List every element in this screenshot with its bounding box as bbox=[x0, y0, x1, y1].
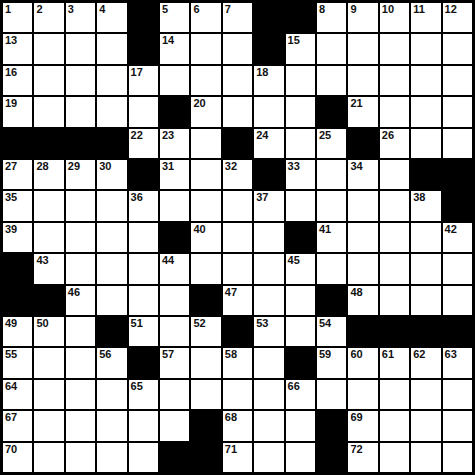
white-cell[interactable]: 66 bbox=[286, 380, 315, 409]
white-cell[interactable] bbox=[223, 191, 252, 220]
white-cell[interactable]: 9 bbox=[348, 3, 377, 32]
white-cell[interactable] bbox=[160, 66, 189, 95]
white-cell[interactable]: 19 bbox=[3, 97, 32, 126]
white-cell[interactable]: 54 bbox=[317, 317, 346, 346]
clue-number: 45 bbox=[288, 254, 300, 267]
white-cell[interactable] bbox=[411, 223, 440, 252]
clue-number: 5 bbox=[162, 3, 168, 16]
white-cell[interactable] bbox=[254, 286, 283, 315]
clue-number: 51 bbox=[131, 317, 143, 330]
black-cell bbox=[160, 223, 189, 252]
clue-number: 70 bbox=[5, 443, 17, 456]
black-cell bbox=[443, 317, 472, 346]
white-cell[interactable] bbox=[286, 97, 315, 126]
white-cell[interactable] bbox=[286, 191, 315, 220]
white-cell[interactable] bbox=[223, 97, 252, 126]
white-cell[interactable]: 63 bbox=[443, 348, 472, 377]
white-cell[interactable]: 6 bbox=[191, 3, 220, 32]
black-cell bbox=[3, 129, 32, 158]
clue-number: 62 bbox=[413, 348, 425, 361]
white-cell[interactable] bbox=[66, 66, 95, 95]
white-cell[interactable] bbox=[380, 66, 409, 95]
black-cell bbox=[254, 34, 283, 63]
clue-number: 34 bbox=[350, 160, 362, 173]
clue-number: 38 bbox=[413, 191, 425, 204]
clue-number: 24 bbox=[256, 129, 268, 142]
white-cell[interactable]: 51 bbox=[129, 317, 158, 346]
white-cell[interactable] bbox=[160, 191, 189, 220]
white-cell[interactable] bbox=[380, 97, 409, 126]
white-cell[interactable] bbox=[411, 286, 440, 315]
clue-number: 55 bbox=[5, 348, 17, 361]
white-cell[interactable] bbox=[97, 443, 126, 472]
white-cell[interactable]: 10 bbox=[380, 3, 409, 32]
black-cell bbox=[129, 348, 158, 377]
white-cell[interactable]: 1 bbox=[3, 3, 32, 32]
black-cell bbox=[348, 129, 377, 158]
black-cell bbox=[34, 129, 63, 158]
white-cell[interactable] bbox=[223, 66, 252, 95]
white-cell[interactable] bbox=[160, 317, 189, 346]
clue-number: 66 bbox=[288, 380, 300, 393]
white-cell[interactable] bbox=[160, 380, 189, 409]
white-cell[interactable]: 17 bbox=[129, 66, 158, 95]
white-cell[interactable]: 56 bbox=[97, 348, 126, 377]
black-cell bbox=[348, 317, 377, 346]
black-cell bbox=[286, 3, 315, 32]
white-cell[interactable]: 72 bbox=[348, 443, 377, 472]
white-cell[interactable] bbox=[34, 443, 63, 472]
white-cell[interactable] bbox=[66, 254, 95, 283]
white-cell[interactable] bbox=[191, 380, 220, 409]
white-cell[interactable] bbox=[411, 66, 440, 95]
white-cell[interactable]: 11 bbox=[411, 3, 440, 32]
black-cell bbox=[129, 3, 158, 32]
clue-number: 18 bbox=[256, 66, 268, 79]
clue-number: 43 bbox=[36, 254, 48, 267]
white-cell[interactable] bbox=[34, 411, 63, 440]
white-cell[interactable] bbox=[317, 380, 346, 409]
clue-number: 17 bbox=[131, 66, 143, 79]
white-cell[interactable] bbox=[129, 443, 158, 472]
white-cell[interactable] bbox=[66, 443, 95, 472]
white-cell[interactable] bbox=[223, 254, 252, 283]
white-cell[interactable] bbox=[191, 348, 220, 377]
clue-number: 49 bbox=[5, 317, 17, 330]
black-cell bbox=[411, 160, 440, 189]
white-cell[interactable] bbox=[380, 443, 409, 472]
black-cell bbox=[380, 317, 409, 346]
white-cell[interactable] bbox=[286, 286, 315, 315]
white-cell[interactable] bbox=[191, 254, 220, 283]
white-cell[interactable]: 65 bbox=[129, 380, 158, 409]
clue-number: 23 bbox=[162, 129, 174, 142]
clue-number: 46 bbox=[68, 286, 80, 299]
black-cell bbox=[191, 286, 220, 315]
white-cell[interactable] bbox=[317, 254, 346, 283]
white-cell[interactable]: 3 bbox=[66, 3, 95, 32]
white-cell[interactable] bbox=[317, 66, 346, 95]
white-cell[interactable] bbox=[160, 286, 189, 315]
white-cell[interactable] bbox=[254, 380, 283, 409]
white-cell[interactable]: 33 bbox=[286, 160, 315, 189]
white-cell[interactable]: 26 bbox=[380, 129, 409, 158]
white-cell[interactable] bbox=[97, 286, 126, 315]
clue-number: 48 bbox=[350, 286, 362, 299]
white-cell[interactable] bbox=[191, 66, 220, 95]
black-cell bbox=[254, 160, 283, 189]
white-cell[interactable] bbox=[348, 66, 377, 95]
white-cell[interactable]: 12 bbox=[443, 3, 472, 32]
white-cell[interactable] bbox=[443, 380, 472, 409]
white-cell[interactable] bbox=[34, 223, 63, 252]
white-cell[interactable]: 69 bbox=[348, 411, 377, 440]
clue-number: 12 bbox=[445, 3, 457, 16]
white-cell[interactable]: 2 bbox=[34, 3, 63, 32]
white-cell[interactable] bbox=[443, 97, 472, 126]
white-cell[interactable]: 22 bbox=[129, 129, 158, 158]
clue-number: 61 bbox=[382, 348, 394, 361]
clue-number: 19 bbox=[5, 97, 17, 110]
black-cell bbox=[443, 191, 472, 220]
white-cell[interactable] bbox=[34, 97, 63, 126]
black-cell bbox=[129, 34, 158, 63]
clue-number: 47 bbox=[225, 286, 237, 299]
white-cell[interactable] bbox=[411, 411, 440, 440]
black-cell bbox=[317, 443, 346, 472]
white-cell[interactable]: 29 bbox=[66, 160, 95, 189]
white-cell[interactable] bbox=[348, 191, 377, 220]
white-cell[interactable] bbox=[254, 223, 283, 252]
white-cell[interactable]: 61 bbox=[380, 348, 409, 377]
white-cell[interactable] bbox=[317, 160, 346, 189]
white-cell[interactable]: 35 bbox=[3, 191, 32, 220]
white-cell[interactable]: 44 bbox=[160, 254, 189, 283]
white-cell[interactable] bbox=[97, 254, 126, 283]
black-cell bbox=[223, 317, 252, 346]
black-cell bbox=[254, 3, 283, 32]
clue-number: 21 bbox=[350, 97, 362, 110]
clue-number: 33 bbox=[288, 160, 300, 173]
black-cell bbox=[3, 286, 32, 315]
white-cell[interactable]: 4 bbox=[97, 3, 126, 32]
white-cell[interactable] bbox=[223, 34, 252, 63]
white-cell[interactable]: 37 bbox=[254, 191, 283, 220]
white-cell[interactable]: 59 bbox=[317, 348, 346, 377]
crossword-puzzle: 1234567891011121314151617181920212223242… bbox=[0, 0, 475, 475]
black-cell bbox=[317, 411, 346, 440]
black-cell bbox=[191, 411, 220, 440]
clue-number: 4 bbox=[99, 3, 105, 16]
white-cell[interactable] bbox=[443, 286, 472, 315]
white-cell[interactable] bbox=[443, 129, 472, 158]
clue-number: 44 bbox=[162, 254, 174, 267]
clue-number: 68 bbox=[225, 411, 237, 424]
clue-number: 52 bbox=[193, 317, 205, 330]
clue-number: 26 bbox=[382, 129, 394, 142]
white-cell[interactable] bbox=[411, 34, 440, 63]
white-cell[interactable] bbox=[66, 348, 95, 377]
clue-number: 27 bbox=[5, 160, 17, 173]
white-cell[interactable] bbox=[380, 380, 409, 409]
white-cell[interactable] bbox=[223, 380, 252, 409]
white-cell[interactable]: 39 bbox=[3, 223, 32, 252]
white-cell[interactable] bbox=[97, 223, 126, 252]
black-cell bbox=[223, 129, 252, 158]
clue-number: 50 bbox=[36, 317, 48, 330]
clue-number: 69 bbox=[350, 411, 362, 424]
white-cell[interactable]: 21 bbox=[348, 97, 377, 126]
white-cell[interactable]: 28 bbox=[34, 160, 63, 189]
white-cell[interactable] bbox=[191, 160, 220, 189]
clue-number: 30 bbox=[99, 160, 111, 173]
white-cell[interactable]: 7 bbox=[223, 3, 252, 32]
black-cell bbox=[286, 223, 315, 252]
clue-number: 56 bbox=[99, 348, 111, 361]
white-cell[interactable] bbox=[411, 254, 440, 283]
clue-number: 29 bbox=[68, 160, 80, 173]
white-cell[interactable] bbox=[380, 223, 409, 252]
black-cell bbox=[160, 97, 189, 126]
white-cell[interactable]: 5 bbox=[160, 3, 189, 32]
white-cell[interactable]: 25 bbox=[317, 129, 346, 158]
black-cell bbox=[160, 443, 189, 472]
white-cell[interactable] bbox=[129, 254, 158, 283]
clue-number: 42 bbox=[445, 223, 457, 236]
clue-number: 7 bbox=[225, 3, 231, 16]
black-cell bbox=[317, 286, 346, 315]
black-cell bbox=[443, 160, 472, 189]
white-cell[interactable]: 49 bbox=[3, 317, 32, 346]
clue-number: 8 bbox=[319, 3, 325, 16]
white-cell[interactable]: 41 bbox=[317, 223, 346, 252]
white-cell[interactable] bbox=[97, 411, 126, 440]
white-cell[interactable]: 27 bbox=[3, 160, 32, 189]
white-cell[interactable] bbox=[34, 66, 63, 95]
clue-number: 40 bbox=[193, 223, 205, 236]
black-cell bbox=[3, 254, 32, 283]
white-cell[interactable] bbox=[254, 348, 283, 377]
white-cell[interactable]: 13 bbox=[3, 34, 32, 63]
clue-number: 71 bbox=[225, 443, 237, 456]
clue-number: 32 bbox=[225, 160, 237, 173]
clue-number: 25 bbox=[319, 129, 331, 142]
white-cell[interactable]: 32 bbox=[223, 160, 252, 189]
clue-number: 31 bbox=[162, 160, 174, 173]
white-cell[interactable]: 14 bbox=[160, 34, 189, 63]
white-cell[interactable] bbox=[411, 380, 440, 409]
clue-number: 36 bbox=[131, 191, 143, 204]
white-cell[interactable] bbox=[34, 380, 63, 409]
clue-number: 72 bbox=[350, 443, 362, 456]
white-cell[interactable]: 70 bbox=[3, 443, 32, 472]
clue-number: 22 bbox=[131, 129, 143, 142]
clue-number: 6 bbox=[193, 3, 199, 16]
white-cell[interactable] bbox=[317, 34, 346, 63]
black-cell bbox=[191, 443, 220, 472]
white-cell[interactable] bbox=[348, 380, 377, 409]
clue-number: 39 bbox=[5, 223, 17, 236]
clue-number: 2 bbox=[36, 3, 42, 16]
white-cell[interactable] bbox=[191, 191, 220, 220]
white-cell[interactable]: 53 bbox=[254, 317, 283, 346]
clue-number: 63 bbox=[445, 348, 457, 361]
white-cell[interactable]: 38 bbox=[411, 191, 440, 220]
crossword-board: 1234567891011121314151617181920212223242… bbox=[0, 0, 475, 475]
white-cell[interactable]: 47 bbox=[223, 286, 252, 315]
black-cell bbox=[286, 348, 315, 377]
white-cell[interactable] bbox=[443, 34, 472, 63]
black-cell bbox=[317, 97, 346, 126]
clue-number: 65 bbox=[131, 380, 143, 393]
white-cell[interactable] bbox=[191, 34, 220, 63]
white-cell[interactable]: 43 bbox=[34, 254, 63, 283]
white-cell[interactable]: 16 bbox=[3, 66, 32, 95]
white-cell[interactable] bbox=[286, 66, 315, 95]
white-cell[interactable] bbox=[348, 223, 377, 252]
white-cell[interactable] bbox=[348, 254, 377, 283]
white-cell[interactable] bbox=[66, 223, 95, 252]
black-cell bbox=[97, 129, 126, 158]
clue-number: 28 bbox=[36, 160, 48, 173]
white-cell[interactable] bbox=[443, 66, 472, 95]
black-cell bbox=[411, 317, 440, 346]
white-cell[interactable] bbox=[254, 443, 283, 472]
white-cell[interactable] bbox=[66, 34, 95, 63]
white-cell[interactable] bbox=[380, 411, 409, 440]
white-cell[interactable] bbox=[254, 254, 283, 283]
white-cell[interactable] bbox=[223, 223, 252, 252]
clue-number: 67 bbox=[5, 411, 17, 424]
white-cell[interactable]: 62 bbox=[411, 348, 440, 377]
clue-number: 9 bbox=[350, 3, 356, 16]
white-cell[interactable]: 36 bbox=[129, 191, 158, 220]
black-cell bbox=[66, 129, 95, 158]
white-cell[interactable] bbox=[380, 254, 409, 283]
clue-number: 58 bbox=[225, 348, 237, 361]
clue-number: 60 bbox=[350, 348, 362, 361]
clue-number: 20 bbox=[193, 97, 205, 110]
white-cell[interactable]: 50 bbox=[34, 317, 63, 346]
white-cell[interactable] bbox=[254, 97, 283, 126]
clue-number: 11 bbox=[413, 3, 425, 16]
white-cell[interactable] bbox=[443, 254, 472, 283]
white-cell[interactable] bbox=[34, 348, 63, 377]
black-cell bbox=[97, 317, 126, 346]
white-cell[interactable] bbox=[191, 129, 220, 158]
white-cell[interactable]: 46 bbox=[66, 286, 95, 315]
white-cell[interactable] bbox=[443, 411, 472, 440]
white-cell[interactable]: 48 bbox=[348, 286, 377, 315]
white-cell[interactable]: 18 bbox=[254, 66, 283, 95]
clue-number: 14 bbox=[162, 34, 174, 47]
white-cell[interactable]: 8 bbox=[317, 3, 346, 32]
white-cell[interactable] bbox=[411, 129, 440, 158]
white-cell[interactable] bbox=[348, 34, 377, 63]
white-cell[interactable]: 23 bbox=[160, 129, 189, 158]
clue-number: 37 bbox=[256, 191, 268, 204]
white-cell[interactable] bbox=[317, 191, 346, 220]
clue-number: 53 bbox=[256, 317, 268, 330]
white-cell[interactable] bbox=[380, 286, 409, 315]
white-cell[interactable] bbox=[97, 97, 126, 126]
clue-number: 13 bbox=[5, 34, 17, 47]
white-cell[interactable]: 30 bbox=[97, 160, 126, 189]
clue-number: 15 bbox=[288, 34, 300, 47]
white-cell[interactable] bbox=[66, 380, 95, 409]
white-cell[interactable] bbox=[286, 443, 315, 472]
white-cell[interactable] bbox=[97, 380, 126, 409]
white-cell[interactable] bbox=[34, 34, 63, 63]
white-cell[interactable] bbox=[286, 129, 315, 158]
black-cell bbox=[129, 160, 158, 189]
white-cell[interactable] bbox=[411, 443, 440, 472]
white-cell[interactable] bbox=[66, 97, 95, 126]
clue-number: 41 bbox=[319, 223, 331, 236]
clue-number: 16 bbox=[5, 66, 17, 79]
white-cell[interactable] bbox=[411, 97, 440, 126]
white-cell[interactable] bbox=[97, 66, 126, 95]
white-cell[interactable]: 57 bbox=[160, 348, 189, 377]
white-cell[interactable] bbox=[97, 34, 126, 63]
clue-number: 57 bbox=[162, 348, 174, 361]
white-cell[interactable] bbox=[66, 411, 95, 440]
white-cell[interactable] bbox=[254, 411, 283, 440]
white-cell[interactable]: 20 bbox=[191, 97, 220, 126]
white-cell[interactable]: 58 bbox=[223, 348, 252, 377]
white-cell[interactable]: 64 bbox=[3, 380, 32, 409]
white-cell[interactable] bbox=[129, 97, 158, 126]
white-cell[interactable] bbox=[34, 191, 63, 220]
clue-number: 1 bbox=[5, 3, 11, 16]
white-cell[interactable]: 42 bbox=[443, 223, 472, 252]
clue-number: 59 bbox=[319, 348, 331, 361]
clue-number: 3 bbox=[68, 3, 74, 16]
white-cell[interactable] bbox=[66, 191, 95, 220]
white-cell[interactable]: 45 bbox=[286, 254, 315, 283]
white-cell[interactable]: 24 bbox=[254, 129, 283, 158]
white-cell[interactable]: 34 bbox=[348, 160, 377, 189]
white-cell[interactable] bbox=[380, 191, 409, 220]
white-cell[interactable]: 52 bbox=[191, 317, 220, 346]
white-cell[interactable] bbox=[129, 411, 158, 440]
white-cell[interactable] bbox=[443, 443, 472, 472]
clue-number: 64 bbox=[5, 380, 17, 393]
clue-number: 54 bbox=[319, 317, 331, 330]
white-cell[interactable]: 68 bbox=[223, 411, 252, 440]
white-cell[interactable]: 67 bbox=[3, 411, 32, 440]
white-cell[interactable] bbox=[286, 317, 315, 346]
white-cell[interactable] bbox=[380, 160, 409, 189]
white-cell[interactable] bbox=[97, 191, 126, 220]
clue-number: 35 bbox=[5, 191, 17, 204]
white-cell[interactable] bbox=[66, 317, 95, 346]
white-cell[interactable] bbox=[380, 34, 409, 63]
white-cell[interactable] bbox=[286, 411, 315, 440]
white-cell[interactable]: 40 bbox=[191, 223, 220, 252]
black-cell bbox=[34, 286, 63, 315]
clue-number: 10 bbox=[382, 3, 394, 16]
white-cell[interactable] bbox=[129, 286, 158, 315]
white-cell[interactable]: 55 bbox=[3, 348, 32, 377]
white-cell[interactable]: 31 bbox=[160, 160, 189, 189]
white-cell[interactable] bbox=[160, 411, 189, 440]
white-cell[interactable]: 15 bbox=[286, 34, 315, 63]
white-cell[interactable] bbox=[129, 223, 158, 252]
white-cell[interactable]: 71 bbox=[223, 443, 252, 472]
white-cell[interactable]: 60 bbox=[348, 348, 377, 377]
